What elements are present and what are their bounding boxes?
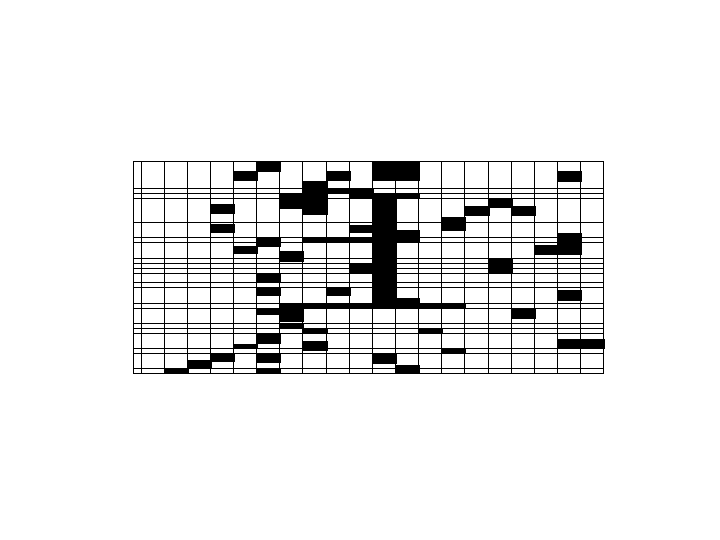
grid-cell[interactable] — [188, 162, 211, 189]
grid-cell[interactable] — [419, 354, 442, 369]
grid-cell[interactable] — [327, 369, 350, 374]
grid-cell[interactable] — [188, 354, 211, 369]
grid-cell[interactable] — [558, 274, 581, 282]
grid-cell[interactable] — [419, 288, 442, 305]
grid-cell[interactable] — [280, 199, 303, 222]
grid-cell[interactable] — [280, 243, 303, 260]
grid-cell[interactable] — [211, 199, 234, 222]
grid-cell[interactable] — [165, 334, 188, 349]
grid-cell[interactable] — [303, 288, 326, 305]
grid-cell[interactable] — [303, 309, 326, 324]
grid-cell[interactable] — [280, 369, 303, 374]
grid-cell[interactable] — [581, 369, 604, 374]
grid-cell[interactable] — [419, 274, 442, 282]
grid-cell[interactable] — [535, 354, 558, 369]
grid-cell[interactable] — [535, 334, 558, 349]
grid-cell[interactable] — [327, 274, 350, 282]
grid-cell[interactable] — [280, 288, 303, 305]
grid-cell[interactable] — [581, 223, 604, 238]
grid-cell[interactable] — [535, 288, 558, 305]
grid-cell[interactable] — [134, 243, 142, 260]
grid-cell[interactable] — [489, 309, 512, 324]
grid-cell[interactable] — [396, 369, 419, 374]
grid-cell[interactable] — [535, 162, 558, 189]
grid-cell[interactable] — [512, 369, 535, 374]
grid-cell[interactable] — [134, 199, 142, 222]
grid-cell[interactable] — [257, 243, 280, 260]
grid-cell[interactable] — [188, 288, 211, 305]
grid-cell[interactable] — [134, 223, 142, 238]
grid-cell[interactable] — [396, 354, 419, 369]
grid-cell[interactable] — [442, 274, 465, 282]
grid-cell[interactable] — [350, 223, 373, 238]
grid-cell[interactable] — [419, 309, 442, 324]
grid-cell[interactable] — [234, 243, 257, 260]
grid-cell[interactable] — [535, 199, 558, 222]
grid-cell[interactable] — [188, 369, 211, 374]
grid-cell[interactable] — [442, 288, 465, 305]
grid-cell[interactable] — [234, 288, 257, 305]
grid-cell[interactable] — [396, 309, 419, 324]
grid-cell[interactable] — [257, 274, 280, 282]
grid-cell[interactable] — [234, 369, 257, 374]
grid-cell[interactable] — [303, 162, 326, 189]
grid-cell[interactable] — [489, 162, 512, 189]
grid-cell[interactable] — [558, 288, 581, 305]
grid-cell[interactable] — [257, 369, 280, 374]
grid-cell[interactable] — [350, 334, 373, 349]
grid-cell[interactable] — [211, 274, 234, 282]
grid-cell[interactable] — [373, 274, 396, 282]
grid-cell[interactable] — [419, 369, 442, 374]
grid-cell[interactable] — [535, 243, 558, 260]
grid-cell[interactable] — [350, 354, 373, 369]
grid-cell[interactable] — [581, 199, 604, 222]
grid-cell[interactable] — [280, 354, 303, 369]
grid-cell[interactable] — [489, 243, 512, 260]
grid-cell[interactable] — [350, 309, 373, 324]
grid-cell[interactable] — [165, 274, 188, 282]
grid-cell[interactable] — [303, 354, 326, 369]
grid-cell[interactable] — [211, 334, 234, 349]
grid-cell[interactable] — [327, 288, 350, 305]
grid-cell[interactable] — [165, 288, 188, 305]
grid-cell[interactable] — [303, 369, 326, 374]
grid-cell[interactable] — [512, 162, 535, 189]
grid-cell[interactable] — [257, 162, 280, 189]
grid-cell[interactable] — [165, 162, 188, 189]
grid-cell[interactable] — [327, 354, 350, 369]
grid-cell[interactable] — [581, 274, 604, 282]
grid-cell[interactable] — [234, 199, 257, 222]
grid-cell[interactable] — [327, 162, 350, 189]
grid-cell[interactable] — [188, 334, 211, 349]
grid-cell[interactable] — [234, 309, 257, 324]
grid-cell[interactable] — [303, 334, 326, 349]
grid-cell[interactable] — [280, 309, 303, 324]
grid-cell[interactable] — [581, 309, 604, 324]
grid-cell[interactable] — [327, 223, 350, 238]
grid-cell[interactable] — [134, 309, 142, 324]
grid-cell[interactable] — [442, 162, 465, 189]
puzzle-board — [133, 161, 606, 375]
grid-cell[interactable] — [142, 309, 165, 324]
grid-cell[interactable] — [581, 243, 604, 260]
grid-cell[interactable] — [396, 162, 419, 189]
grid-cell[interactable] — [581, 288, 604, 305]
grid-cell[interactable] — [558, 199, 581, 222]
grid-cell[interactable] — [535, 369, 558, 374]
grid-cell[interactable] — [558, 162, 581, 189]
grid-cell[interactable] — [234, 334, 257, 349]
grid-cell[interactable] — [373, 369, 396, 374]
grid-cell[interactable] — [257, 334, 280, 349]
grid-cell[interactable] — [442, 354, 465, 369]
grid-cell[interactable] — [165, 309, 188, 324]
grid-cell[interactable] — [442, 243, 465, 260]
grid-cell[interactable] — [373, 199, 396, 222]
grid-cell[interactable] — [134, 162, 142, 189]
grid-cell[interactable] — [234, 162, 257, 189]
grid-cell[interactable] — [211, 243, 234, 260]
grid-cell[interactable] — [512, 309, 535, 324]
grid-cell[interactable] — [442, 199, 465, 222]
grid-cell[interactable] — [396, 199, 419, 222]
grid-cell[interactable] — [512, 288, 535, 305]
grid-cell[interactable] — [165, 354, 188, 369]
grid-cell[interactable] — [373, 162, 396, 189]
grid-cell[interactable] — [211, 223, 234, 238]
grid-cell[interactable] — [442, 369, 465, 374]
grid-cell[interactable] — [134, 354, 142, 369]
grid-cell[interactable] — [350, 288, 373, 305]
grid-cell[interactable] — [489, 334, 512, 349]
grid-cell[interactable] — [188, 309, 211, 324]
grid-cell[interactable] — [558, 309, 581, 324]
grid-cell[interactable] — [142, 354, 165, 369]
grid-cell[interactable] — [465, 162, 488, 189]
grid-cell[interactable] — [373, 354, 396, 369]
grid-cell[interactable] — [211, 309, 234, 324]
grid-cell[interactable] — [234, 274, 257, 282]
grid-cell[interactable] — [280, 334, 303, 349]
grid-cell[interactable] — [396, 288, 419, 305]
grid-cell[interactable] — [396, 334, 419, 349]
grid-cell[interactable] — [211, 369, 234, 374]
grid-cell[interactable] — [373, 309, 396, 324]
grid-cell[interactable] — [512, 334, 535, 349]
grid-cell[interactable] — [465, 354, 488, 369]
grid-cell[interactable] — [373, 288, 396, 305]
grid-cell[interactable] — [165, 243, 188, 260]
grid-cell[interactable] — [303, 243, 326, 260]
puzzle-grid — [133, 161, 604, 374]
grid-cell[interactable] — [465, 369, 488, 374]
grid-cell[interactable] — [188, 243, 211, 260]
grid-cell[interactable] — [134, 274, 142, 282]
grid-cell[interactable] — [465, 288, 488, 305]
grid-cell[interactable] — [419, 243, 442, 260]
grid-cell[interactable] — [465, 243, 488, 260]
grid-cell[interactable] — [558, 369, 581, 374]
grid-cell[interactable] — [442, 309, 465, 324]
grid-cell[interactable] — [558, 243, 581, 260]
grid-cell[interactable] — [558, 334, 581, 349]
grid-cell[interactable] — [581, 162, 604, 189]
grid-cell[interactable] — [188, 199, 211, 222]
grid-cell[interactable] — [234, 223, 257, 238]
grid-cell[interactable] — [142, 369, 165, 374]
grid-cell[interactable] — [134, 288, 142, 305]
grid-cell[interactable] — [581, 354, 604, 369]
grid-cell[interactable] — [188, 274, 211, 282]
grid-cell[interactable] — [535, 274, 558, 282]
grid-cell[interactable] — [512, 223, 535, 238]
grid-cell[interactable] — [373, 223, 396, 238]
grid-cell[interactable] — [257, 223, 280, 238]
grid-cell[interactable] — [350, 243, 373, 260]
grid-cell[interactable] — [142, 199, 165, 222]
grid-cell[interactable] — [327, 243, 350, 260]
grid-cell[interactable] — [558, 354, 581, 369]
grid-cell[interactable] — [211, 162, 234, 189]
grid-cell[interactable] — [535, 223, 558, 238]
grid-cell[interactable] — [142, 334, 165, 349]
grid-cell[interactable] — [134, 334, 142, 349]
grid-cell[interactable] — [257, 199, 280, 222]
grid-cell[interactable] — [419, 334, 442, 349]
grid-cell[interactable] — [442, 334, 465, 349]
grid-cell[interactable] — [303, 199, 326, 222]
grid-cell[interactable] — [280, 162, 303, 189]
grid-cell[interactable] — [558, 223, 581, 238]
grid-cell[interactable] — [165, 223, 188, 238]
grid-cell[interactable] — [442, 223, 465, 238]
grid-cell[interactable] — [535, 309, 558, 324]
grid-cell[interactable] — [188, 223, 211, 238]
grid-cell[interactable] — [419, 223, 442, 238]
grid-cell[interactable] — [419, 199, 442, 222]
grid-cell[interactable] — [280, 274, 303, 282]
grid-cell[interactable] — [512, 243, 535, 260]
grid-cell[interactable] — [465, 334, 488, 349]
grid-cell[interactable] — [419, 162, 442, 189]
grid-cell[interactable] — [489, 369, 512, 374]
grid-cell[interactable] — [142, 274, 165, 282]
grid-cell[interactable] — [489, 199, 512, 222]
grid-cell[interactable] — [489, 288, 512, 305]
grid-cell[interactable] — [327, 309, 350, 324]
grid-cell[interactable] — [396, 223, 419, 238]
grid-cell[interactable] — [489, 223, 512, 238]
grid-cell[interactable] — [373, 334, 396, 349]
grid-cell[interactable] — [581, 334, 604, 349]
grid-cell[interactable] — [142, 243, 165, 260]
grid-cell[interactable] — [165, 199, 188, 222]
grid-cell[interactable] — [280, 223, 303, 238]
grid-cell[interactable] — [327, 334, 350, 349]
grid-cell[interactable] — [327, 199, 350, 222]
grid-cell[interactable] — [303, 274, 326, 282]
grid-cell[interactable] — [396, 274, 419, 282]
grid-cell[interactable] — [142, 223, 165, 238]
grid-cell[interactable] — [465, 223, 488, 238]
grid-cell[interactable] — [165, 369, 188, 374]
grid-cell[interactable] — [512, 199, 535, 222]
grid-cell[interactable] — [396, 243, 419, 260]
grid-cell[interactable] — [142, 162, 165, 189]
grid-cell[interactable] — [350, 199, 373, 222]
grid-cell[interactable] — [350, 369, 373, 374]
grid-cell[interactable] — [211, 354, 234, 369]
grid-cell[interactable] — [257, 309, 280, 324]
grid-cell[interactable] — [142, 288, 165, 305]
grid-cell[interactable] — [350, 274, 373, 282]
grid-cell[interactable] — [234, 354, 257, 369]
grid-cell[interactable] — [303, 223, 326, 238]
grid-cell[interactable] — [489, 274, 512, 282]
grid-cell[interactable] — [257, 354, 280, 369]
grid-cell[interactable] — [373, 243, 396, 260]
grid-cell[interactable] — [211, 288, 234, 305]
grid-cell[interactable] — [350, 162, 373, 189]
grid-cell[interactable] — [465, 309, 488, 324]
grid-cell[interactable] — [257, 288, 280, 305]
grid-cell[interactable] — [512, 354, 535, 369]
grid-cell[interactable] — [465, 274, 488, 282]
grid-cell[interactable] — [465, 199, 488, 222]
grid-cell[interactable] — [134, 369, 142, 374]
grid-cell[interactable] — [512, 274, 535, 282]
grid-cell[interactable] — [489, 354, 512, 369]
